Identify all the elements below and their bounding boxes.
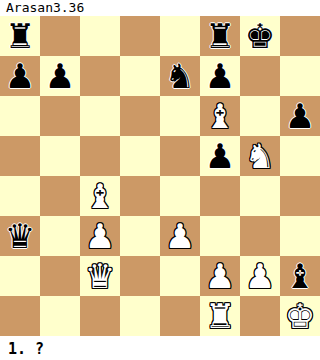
black-pawn[interactable]: ♟ bbox=[45, 59, 75, 93]
square-e7[interactable]: ♞ bbox=[160, 56, 200, 96]
square-f2[interactable]: ♟ bbox=[200, 256, 240, 296]
square-e4[interactable] bbox=[160, 176, 200, 216]
black-pawn[interactable]: ♟ bbox=[285, 99, 315, 133]
square-f4[interactable] bbox=[200, 176, 240, 216]
black-bishop[interactable]: ♝ bbox=[285, 259, 315, 293]
square-h4[interactable] bbox=[280, 176, 320, 216]
square-e6[interactable] bbox=[160, 96, 200, 136]
square-f1[interactable]: ♜ bbox=[200, 296, 240, 336]
square-a7[interactable]: ♟ bbox=[0, 56, 40, 96]
square-h7[interactable] bbox=[280, 56, 320, 96]
square-h1[interactable]: ♚ bbox=[280, 296, 320, 336]
black-pawn[interactable]: ♟ bbox=[205, 139, 235, 173]
square-b6[interactable] bbox=[40, 96, 80, 136]
square-c3[interactable]: ♟ bbox=[80, 216, 120, 256]
square-c5[interactable] bbox=[80, 136, 120, 176]
square-a6[interactable] bbox=[0, 96, 40, 136]
square-e1[interactable] bbox=[160, 296, 200, 336]
square-h8[interactable] bbox=[280, 16, 320, 56]
square-f3[interactable] bbox=[200, 216, 240, 256]
black-queen[interactable]: ♛ bbox=[5, 219, 35, 253]
black-knight[interactable]: ♞ bbox=[165, 59, 195, 93]
black-pawn[interactable]: ♟ bbox=[5, 59, 35, 93]
square-c7[interactable] bbox=[80, 56, 120, 96]
square-g2[interactable]: ♟ bbox=[240, 256, 280, 296]
square-a5[interactable] bbox=[0, 136, 40, 176]
move-prompt: 1. ? bbox=[0, 336, 320, 360]
square-h3[interactable] bbox=[280, 216, 320, 256]
square-a3[interactable]: ♛ bbox=[0, 216, 40, 256]
square-a8[interactable]: ♜ bbox=[0, 16, 40, 56]
square-d6[interactable] bbox=[120, 96, 160, 136]
square-f7[interactable]: ♟ bbox=[200, 56, 240, 96]
square-e3[interactable]: ♟ bbox=[160, 216, 200, 256]
square-b8[interactable] bbox=[40, 16, 80, 56]
square-d7[interactable] bbox=[120, 56, 160, 96]
white-pawn[interactable]: ♟ bbox=[165, 219, 195, 253]
white-bishop[interactable]: ♝ bbox=[205, 99, 235, 133]
square-b3[interactable] bbox=[40, 216, 80, 256]
square-g7[interactable] bbox=[240, 56, 280, 96]
white-queen[interactable]: ♛ bbox=[85, 259, 115, 293]
square-g3[interactable] bbox=[240, 216, 280, 256]
white-rook[interactable]: ♜ bbox=[205, 299, 235, 333]
square-g1[interactable] bbox=[240, 296, 280, 336]
square-b4[interactable] bbox=[40, 176, 80, 216]
square-f6[interactable]: ♝ bbox=[200, 96, 240, 136]
square-d3[interactable] bbox=[120, 216, 160, 256]
square-f5[interactable]: ♟ bbox=[200, 136, 240, 176]
white-pawn[interactable]: ♟ bbox=[245, 259, 275, 293]
white-king[interactable]: ♚ bbox=[285, 299, 315, 333]
arasan-window: Arasan3.36 ♜♜♚♟♟♞♟♝♟♟♞♝♛♟♟♛♟♟♝♜♚ 1. ? bbox=[0, 0, 320, 360]
black-pawn[interactable]: ♟ bbox=[205, 59, 235, 93]
black-rook[interactable]: ♜ bbox=[5, 19, 35, 53]
square-e8[interactable] bbox=[160, 16, 200, 56]
square-a1[interactable] bbox=[0, 296, 40, 336]
square-b1[interactable] bbox=[40, 296, 80, 336]
square-c1[interactable] bbox=[80, 296, 120, 336]
white-knight[interactable]: ♞ bbox=[245, 139, 275, 173]
square-g8[interactable]: ♚ bbox=[240, 16, 280, 56]
white-pawn[interactable]: ♟ bbox=[85, 219, 115, 253]
square-d1[interactable] bbox=[120, 296, 160, 336]
white-bishop[interactable]: ♝ bbox=[85, 179, 115, 213]
square-g5[interactable]: ♞ bbox=[240, 136, 280, 176]
square-g6[interactable] bbox=[240, 96, 280, 136]
square-d8[interactable] bbox=[120, 16, 160, 56]
square-d2[interactable] bbox=[120, 256, 160, 296]
square-e2[interactable] bbox=[160, 256, 200, 296]
white-pawn[interactable]: ♟ bbox=[205, 259, 235, 293]
square-h6[interactable]: ♟ bbox=[280, 96, 320, 136]
black-rook[interactable]: ♜ bbox=[205, 19, 235, 53]
black-king[interactable]: ♚ bbox=[245, 19, 275, 53]
square-f8[interactable]: ♜ bbox=[200, 16, 240, 56]
square-c6[interactable] bbox=[80, 96, 120, 136]
chess-board: ♜♜♚♟♟♞♟♝♟♟♞♝♛♟♟♛♟♟♝♜♚ bbox=[0, 16, 320, 336]
square-h5[interactable] bbox=[280, 136, 320, 176]
square-d5[interactable] bbox=[120, 136, 160, 176]
square-c2[interactable]: ♛ bbox=[80, 256, 120, 296]
window-title: Arasan3.36 bbox=[0, 0, 320, 16]
square-a4[interactable] bbox=[0, 176, 40, 216]
square-a2[interactable] bbox=[0, 256, 40, 296]
square-b2[interactable] bbox=[40, 256, 80, 296]
square-h2[interactable]: ♝ bbox=[280, 256, 320, 296]
square-c4[interactable]: ♝ bbox=[80, 176, 120, 216]
square-d4[interactable] bbox=[120, 176, 160, 216]
square-e5[interactable] bbox=[160, 136, 200, 176]
square-g4[interactable] bbox=[240, 176, 280, 216]
square-b7[interactable]: ♟ bbox=[40, 56, 80, 96]
square-b5[interactable] bbox=[40, 136, 80, 176]
square-c8[interactable] bbox=[80, 16, 120, 56]
